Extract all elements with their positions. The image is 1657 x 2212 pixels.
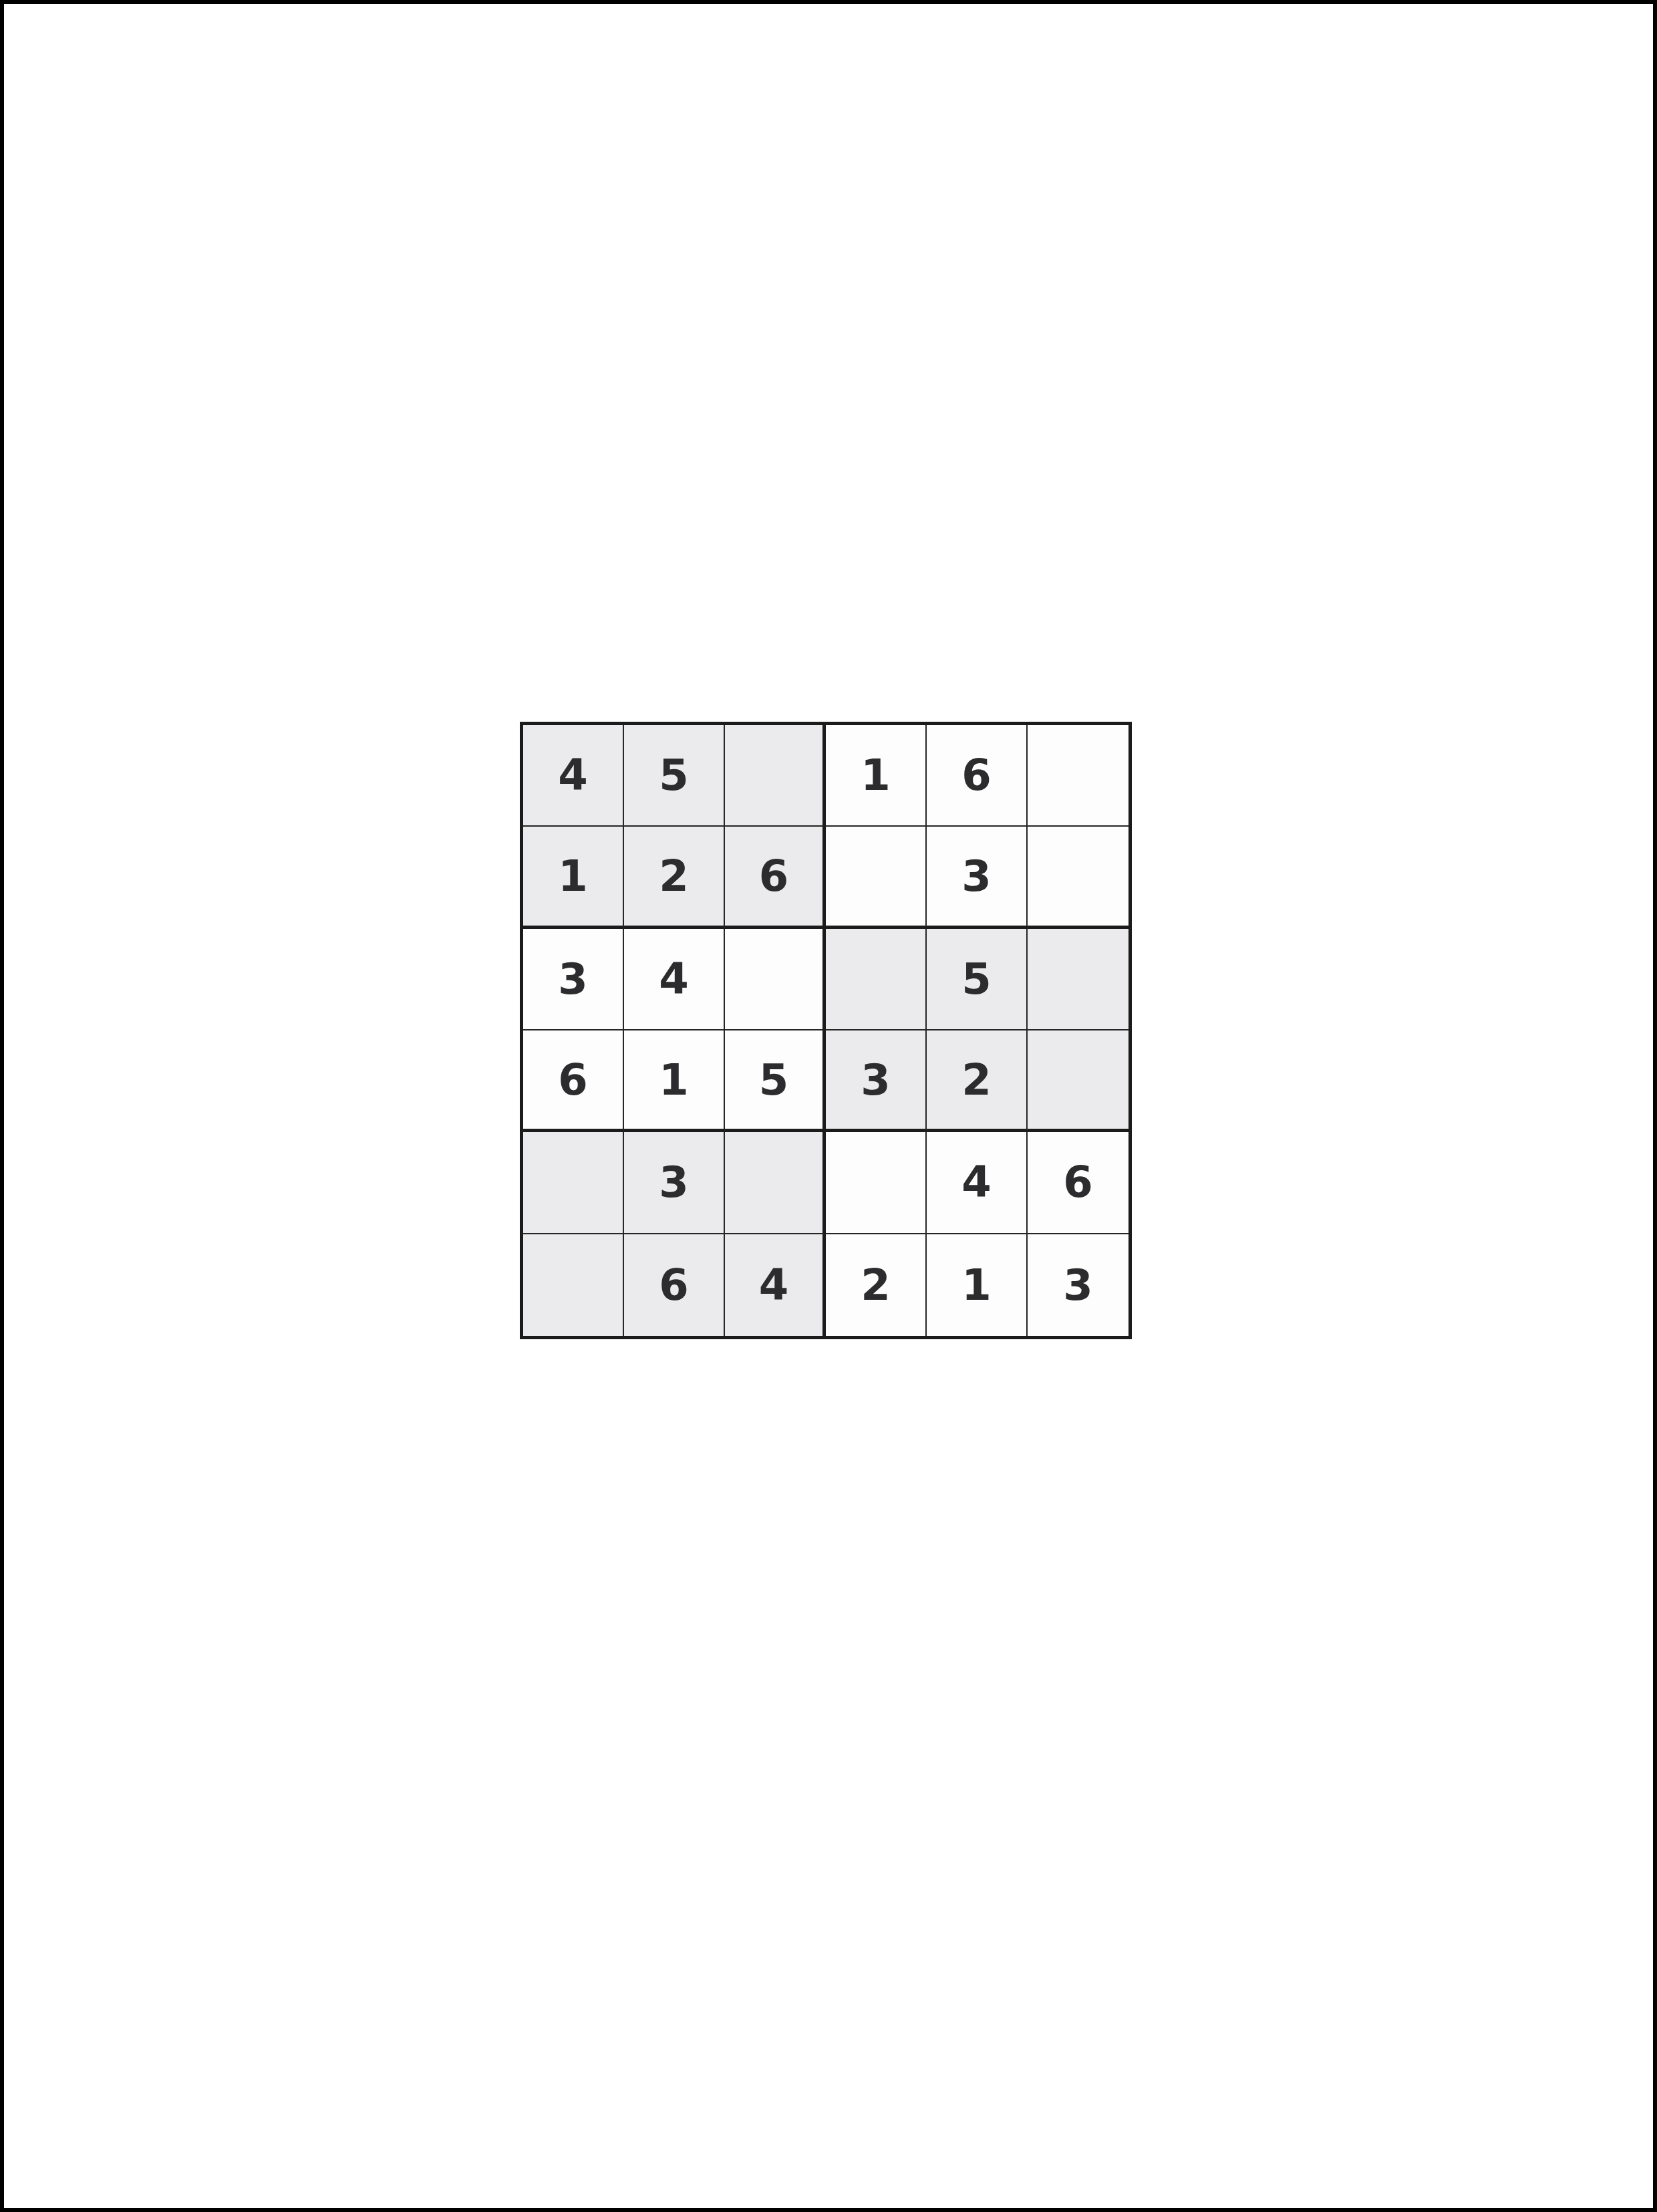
cell-r1c4: 1 [826, 725, 927, 827]
cell-r1c5: 6 [927, 725, 1028, 827]
cell-r2c4 [826, 827, 927, 928]
page: 451612633456153234664213 [0, 0, 1657, 2212]
cell-r2c1: 1 [523, 827, 624, 928]
cell-r5c2: 3 [624, 1132, 725, 1234]
cell-r6c5: 1 [927, 1234, 1028, 1336]
cell-r1c1: 4 [523, 725, 624, 827]
cell-r1c3 [725, 725, 826, 827]
cell-r6c6: 3 [1028, 1234, 1128, 1336]
cell-r5c1 [523, 1132, 624, 1234]
cell-r6c3: 4 [725, 1234, 826, 1336]
cell-r5c4 [826, 1132, 927, 1234]
cell-r4c3: 5 [725, 1030, 826, 1132]
cell-r2c5: 3 [927, 827, 1028, 928]
cell-r1c2: 5 [624, 725, 725, 827]
cell-r6c2: 6 [624, 1234, 725, 1336]
cell-r3c4 [826, 929, 927, 1030]
cell-r3c2: 4 [624, 929, 725, 1030]
cell-r4c6 [1028, 1030, 1128, 1132]
cell-r2c6 [1028, 827, 1128, 928]
cell-r6c4: 2 [826, 1234, 927, 1336]
cell-r3c3 [725, 929, 826, 1030]
cell-r4c5: 2 [927, 1030, 1028, 1132]
cell-r5c3 [725, 1132, 826, 1234]
cell-r4c2: 1 [624, 1030, 725, 1132]
cell-r5c6: 6 [1028, 1132, 1128, 1234]
cell-r4c1: 6 [523, 1030, 624, 1132]
cell-r1c6 [1028, 725, 1128, 827]
cell-r2c2: 2 [624, 827, 725, 928]
cell-r5c5: 4 [927, 1132, 1028, 1234]
cell-r3c1: 3 [523, 929, 624, 1030]
cell-r6c1 [523, 1234, 624, 1336]
cell-r2c3: 6 [725, 827, 826, 928]
cell-r3c5: 5 [927, 929, 1028, 1030]
sudoku-board: 451612633456153234664213 [520, 722, 1132, 1339]
cell-r4c4: 3 [826, 1030, 927, 1132]
cell-r3c6 [1028, 929, 1128, 1030]
